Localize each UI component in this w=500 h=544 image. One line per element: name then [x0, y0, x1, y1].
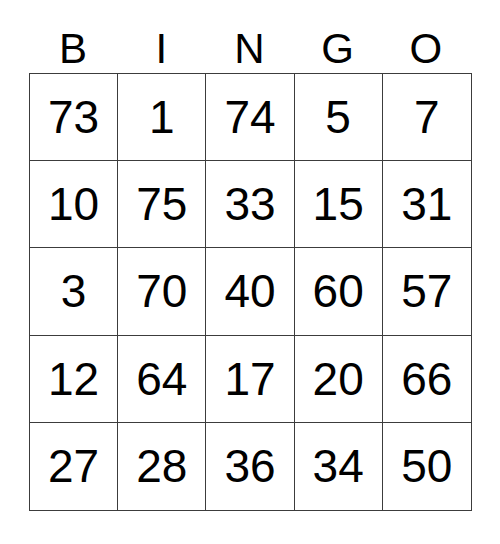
column-letter-o: O	[382, 28, 470, 73]
cell-r5c3[interactable]: 36	[206, 423, 294, 510]
cell-r5c2[interactable]: 28	[118, 423, 206, 510]
cell-r1c2[interactable]: 1	[118, 74, 206, 161]
cell-r4c2[interactable]: 64	[118, 336, 206, 423]
column-letter-g: G	[294, 28, 382, 73]
cell-r4c3[interactable]: 17	[206, 336, 294, 423]
cell-r3c1[interactable]: 3	[30, 248, 118, 335]
cell-r1c4[interactable]: 5	[295, 74, 383, 161]
cell-r1c5[interactable]: 7	[383, 74, 471, 161]
cell-r3c5[interactable]: 57	[383, 248, 471, 335]
column-letter-b: B	[29, 28, 117, 73]
column-letter-i: I	[117, 28, 205, 73]
bingo-grid: 73 1 74 5 7 10 75 33 15 31 3 70 40 60 57…	[29, 73, 472, 511]
column-letter-n: N	[205, 28, 293, 73]
cell-r2c3[interactable]: 33	[206, 161, 294, 248]
cell-r4c5[interactable]: 66	[383, 336, 471, 423]
cell-r3c3[interactable]: 40	[206, 248, 294, 335]
cell-r2c5[interactable]: 31	[383, 161, 471, 248]
cell-r4c1[interactable]: 12	[30, 336, 118, 423]
cell-r3c2[interactable]: 70	[118, 248, 206, 335]
cell-r5c1[interactable]: 27	[30, 423, 118, 510]
cell-r2c2[interactable]: 75	[118, 161, 206, 248]
cell-r4c4[interactable]: 20	[295, 336, 383, 423]
cell-r1c3[interactable]: 74	[206, 74, 294, 161]
bingo-card: B I N G O 73 1 74 5 7 10 75 33 15 31 3 7…	[29, 0, 472, 511]
bingo-header: B I N G O	[29, 0, 472, 73]
cell-r3c4[interactable]: 60	[295, 248, 383, 335]
cell-r5c5[interactable]: 50	[383, 423, 471, 510]
cell-r5c4[interactable]: 34	[295, 423, 383, 510]
cell-r2c1[interactable]: 10	[30, 161, 118, 248]
cell-r2c4[interactable]: 15	[295, 161, 383, 248]
cell-r1c1[interactable]: 73	[30, 74, 118, 161]
